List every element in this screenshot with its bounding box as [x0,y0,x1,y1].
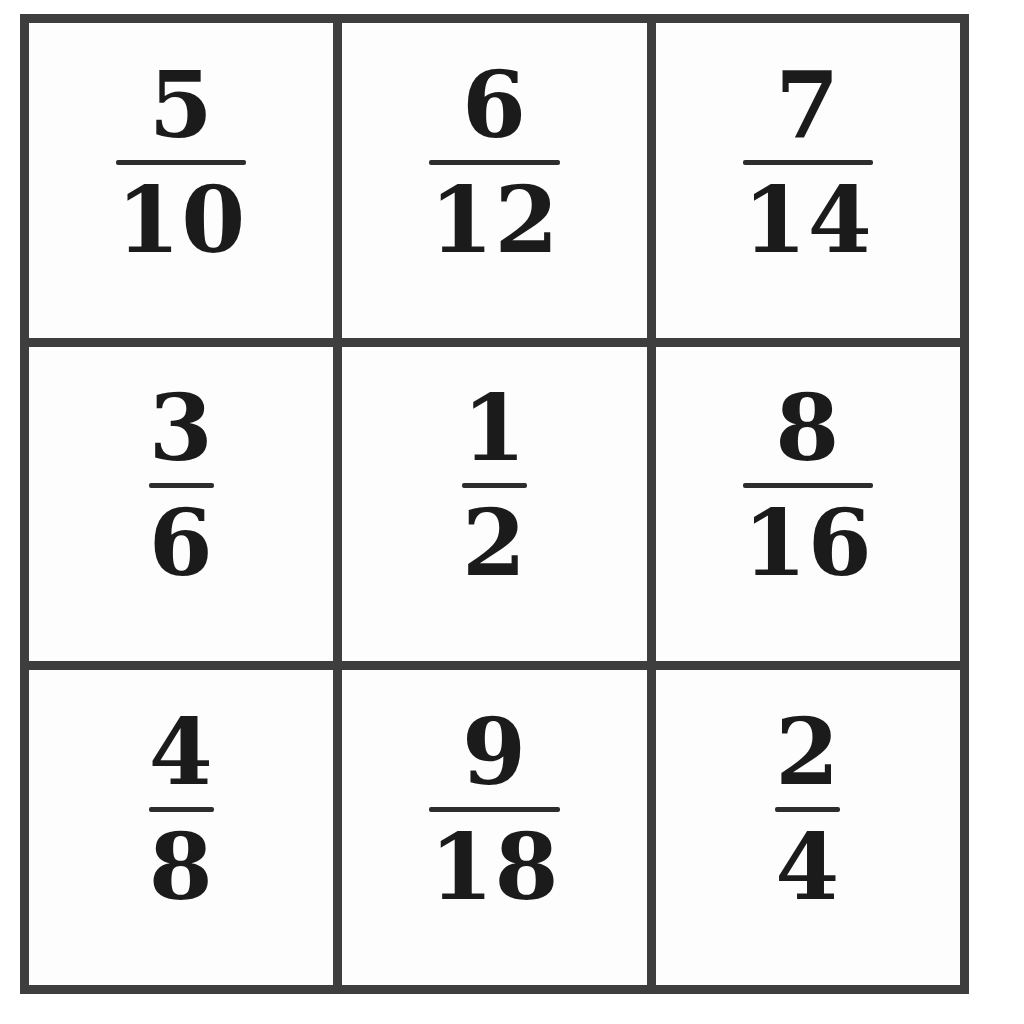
fraction-r1c1: 5 10 [105,59,257,266]
fraction-r2c2: 1 2 [451,382,538,589]
fraction-denominator: 8 [149,821,214,913]
fraction-r3c3: 2 4 [764,706,851,913]
fraction-numerator: 4 [149,706,214,798]
fraction-r2c3: 8 16 [732,382,884,589]
grid-cell-r1c2: 6 12 [342,23,646,338]
fraction-numerator: 2 [775,706,840,798]
fraction-numerator: 7 [775,59,840,151]
fraction-bar [429,807,559,812]
fraction-grid: 5 10 6 12 7 14 3 6 [20,14,969,994]
fraction-denominator: 6 [149,497,214,589]
fraction-numerator: 9 [462,706,527,798]
grid-cell-r3c2: 9 18 [342,670,646,985]
fraction-denominator: 18 [429,821,559,913]
fraction-bar [116,160,246,165]
grid-cell-r1c3: 7 14 [656,23,960,338]
fraction-bar [743,483,873,488]
fraction-bar [743,160,873,165]
grid-cell-r2c2: 1 2 [342,347,646,662]
grid-cell-r2c1: 3 6 [29,347,333,662]
fraction-r3c1: 4 8 [138,706,225,913]
fraction-denominator: 2 [462,497,527,589]
worksheet-canvas: 5 10 6 12 7 14 3 6 [0,0,1024,1024]
grid-cell-r2c3: 8 16 [656,347,960,662]
fraction-r1c3: 7 14 [732,59,884,266]
fraction-denominator: 10 [116,174,246,266]
fraction-bar [775,807,840,812]
fraction-r2c1: 3 6 [138,382,225,589]
fraction-r3c2: 9 18 [418,706,570,913]
fraction-numerator: 8 [775,382,840,474]
fraction-numerator: 1 [462,382,527,474]
grid-cell-r3c1: 4 8 [29,670,333,985]
fraction-denominator: 12 [429,174,559,266]
fraction-denominator: 4 [775,821,840,913]
grid-cell-r3c3: 2 4 [656,670,960,985]
grid-cell-r1c1: 5 10 [29,23,333,338]
fraction-bar [149,483,214,488]
fraction-bar [429,160,559,165]
fraction-r1c2: 6 12 [418,59,570,266]
fraction-numerator: 6 [462,59,527,151]
fraction-bar [149,807,214,812]
fraction-numerator: 5 [149,59,214,151]
fraction-denominator: 16 [743,497,873,589]
fraction-bar [462,483,527,488]
fraction-denominator: 14 [743,174,873,266]
fraction-numerator: 3 [149,382,214,474]
